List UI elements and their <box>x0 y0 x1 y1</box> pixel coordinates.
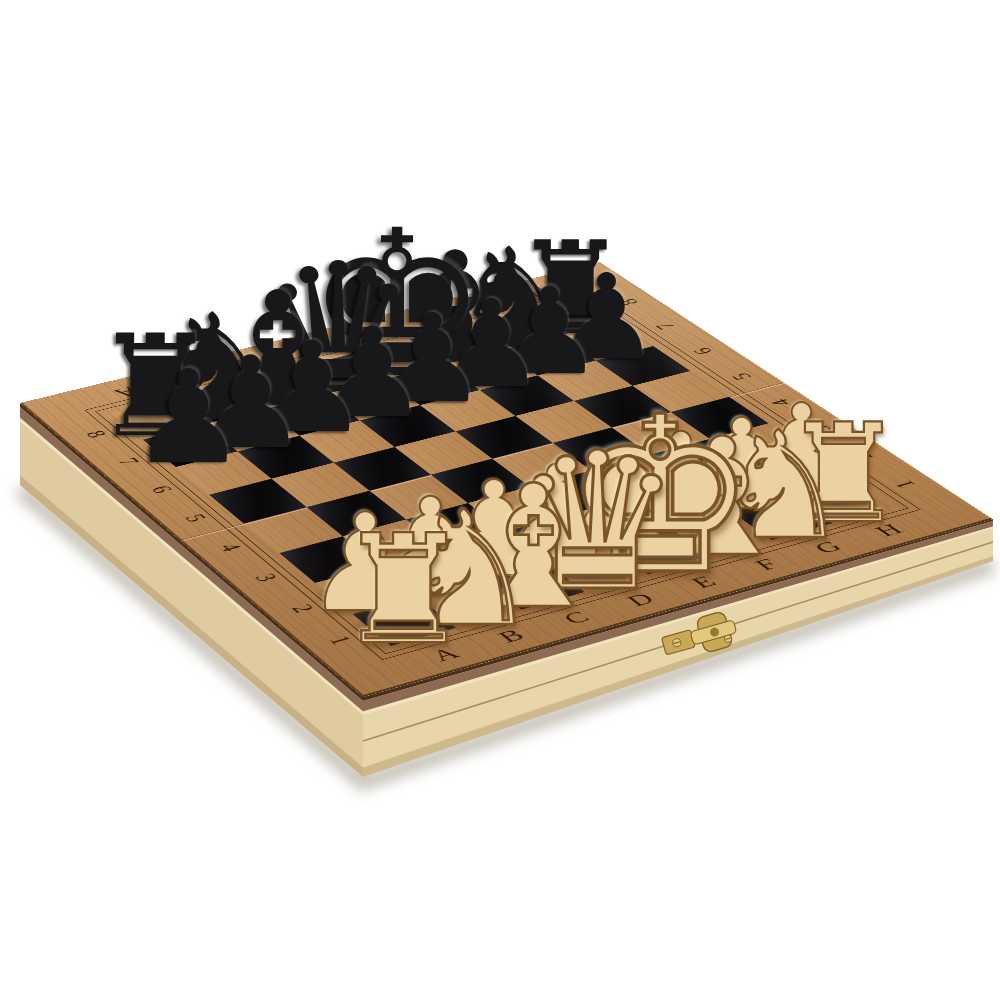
piece-white-rook-a1[interactable]: ♜ <box>336 515 471 665</box>
chess-box-photo: AABBCCDDEEFFGGHH1122334455667788 ♜♞♝♛♚♝♞… <box>0 0 1000 1000</box>
piece-black-pawn-a7[interactable]: ♟ <box>131 354 246 483</box>
pieces-layer: ♜♞♝♛♚♝♞♜♟♟♟♟♟♟♟♟♟♟♟♟♟♟♟♟♜♞♝♛♚♝♞♜ <box>0 0 1000 1000</box>
